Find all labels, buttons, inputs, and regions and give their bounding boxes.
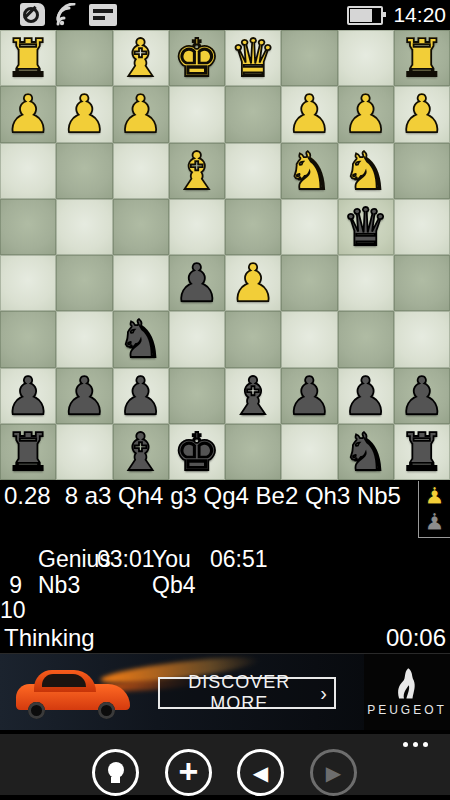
square-g8[interactable]	[56, 424, 112, 480]
square-f1[interactable]: ♝	[113, 30, 169, 86]
hint-button[interactable]	[92, 749, 139, 796]
piece-wP: ♟	[286, 86, 333, 142]
forward-button[interactable]: ▶	[310, 749, 357, 796]
square-h8[interactable]: ♜	[0, 424, 56, 480]
piece-wP: ♟	[342, 86, 389, 142]
square-f5[interactable]	[113, 255, 169, 311]
engine-clock: 03:01	[97, 546, 155, 573]
square-e7[interactable]	[169, 368, 225, 424]
square-a8[interactable]: ♜	[394, 424, 450, 480]
lightbulb-icon	[108, 762, 124, 784]
square-e1[interactable]: ♚	[169, 30, 225, 86]
square-d2[interactable]	[225, 86, 281, 142]
piece-bQ: ♛	[342, 199, 389, 255]
square-c5[interactable]	[281, 255, 337, 311]
square-a2[interactable]: ♟	[394, 86, 450, 142]
square-g1[interactable]	[56, 30, 112, 86]
clocks-row: Genius 03:01 You 06:51	[0, 546, 450, 571]
piece-wQ: ♛	[230, 30, 277, 86]
square-c8[interactable]	[281, 424, 337, 480]
square-h6[interactable]	[0, 311, 56, 367]
square-d3[interactable]	[225, 143, 281, 199]
square-f7[interactable]: ♟	[113, 368, 169, 424]
piece-bK: ♚	[174, 424, 221, 480]
piece-bP: ♟	[174, 255, 221, 311]
piece-bB: ♝	[117, 424, 164, 480]
piece-bB: ♝	[230, 368, 277, 424]
brand-name: PEUGEOT	[367, 703, 447, 717]
square-c4[interactable]	[281, 199, 337, 255]
square-d8[interactable]	[225, 424, 281, 480]
sim-disabled-icon	[20, 3, 45, 26]
move-number: 10	[0, 597, 22, 624]
square-a6[interactable]	[394, 311, 450, 367]
cta-label: DISCOVER MORE	[166, 672, 312, 714]
piece-wB: ♝	[174, 143, 221, 199]
square-c1[interactable]	[281, 30, 337, 86]
piece-bP: ♟	[5, 368, 52, 424]
piece-bN: ♞	[342, 424, 389, 480]
square-b7[interactable]: ♟	[338, 368, 394, 424]
square-d5[interactable]: ♟	[225, 255, 281, 311]
square-c7[interactable]: ♟	[281, 368, 337, 424]
info-panel: 0.288 a3 Qh4 g3 Qg4 Be2 Qh3 Nb5 ♟ ♟ Geni…	[0, 480, 450, 653]
more-ellipsis-icon[interactable]	[403, 742, 428, 747]
side-select-button[interactable]: ♟ ♟	[418, 481, 450, 538]
piece-wP: ♟	[399, 86, 446, 142]
square-b1[interactable]	[338, 30, 394, 86]
discover-more-button[interactable]: DISCOVER MORE ›	[158, 677, 336, 709]
square-b3[interactable]: ♞	[338, 143, 394, 199]
app-bar: + ◀ ▶	[0, 734, 450, 795]
analysis-moves: 8 a3 Qh4 g3 Qg4 Be2 Qh3 Nb5	[65, 482, 401, 509]
piece-bR: ♜	[5, 424, 52, 480]
square-f3[interactable]	[113, 143, 169, 199]
square-b4[interactable]: ♛	[338, 199, 394, 255]
square-g3[interactable]	[56, 143, 112, 199]
piece-bP: ♟	[286, 368, 333, 424]
square-d7[interactable]: ♝	[225, 368, 281, 424]
square-b5[interactable]	[338, 255, 394, 311]
square-b2[interactable]: ♟	[338, 86, 394, 142]
wifi-icon	[54, 3, 80, 26]
phone-screen: 14:20 ♜♝♚♛♜♟♟♟♟♟♟♝♞♞♛♟♟♞♟♟♟♝♟♟♟♜♝♚♞♜ 0.2…	[0, 0, 450, 800]
back-button[interactable]: ◀	[237, 749, 284, 796]
square-f8[interactable]: ♝	[113, 424, 169, 480]
square-f2[interactable]: ♟	[113, 86, 169, 142]
square-f4[interactable]	[113, 199, 169, 255]
move-number: 9	[0, 572, 22, 599]
square-a7[interactable]: ♟	[394, 368, 450, 424]
square-a5[interactable]	[394, 255, 450, 311]
piece-wR: ♜	[399, 30, 446, 86]
square-h1[interactable]: ♜	[0, 30, 56, 86]
square-h4[interactable]	[0, 199, 56, 255]
square-h2[interactable]: ♟	[0, 86, 56, 142]
piece-wP: ♟	[5, 86, 52, 142]
thinking-label: Thinking	[4, 624, 95, 652]
piece-wP: ♟	[61, 86, 108, 142]
car-image	[16, 668, 136, 720]
piece-wN: ♞	[342, 143, 389, 199]
square-a1[interactable]: ♜	[394, 30, 450, 86]
peugeot-lion-icon	[390, 667, 424, 701]
sim-card-lines-icon	[89, 4, 117, 26]
chess-board[interactable]: ♜♝♚♛♜♟♟♟♟♟♟♝♞♞♛♟♟♞♟♟♟♝♟♟♟♜♝♚♞♜	[0, 30, 450, 480]
player-name: You	[152, 546, 191, 573]
square-g4[interactable]	[56, 199, 112, 255]
square-d6[interactable]	[225, 311, 281, 367]
black-move: Qb4	[152, 572, 195, 599]
square-a4[interactable]	[394, 199, 450, 255]
square-g7[interactable]: ♟	[56, 368, 112, 424]
player-clock: 06:51	[210, 546, 268, 573]
square-c3[interactable]: ♞	[281, 143, 337, 199]
piece-bP: ♟	[117, 368, 164, 424]
thinking-time: 00:06	[386, 624, 446, 652]
piece-wR: ♜	[5, 30, 52, 86]
piece-wK: ♚	[174, 30, 221, 86]
square-g6[interactable]	[56, 311, 112, 367]
square-f6[interactable]: ♞	[113, 311, 169, 367]
white-move: Nb3	[38, 572, 80, 599]
white-pawn-icon: ♟	[424, 483, 446, 509]
black-pawn-icon: ♟	[424, 509, 446, 535]
piece-wP: ♟	[117, 86, 164, 142]
piece-wP: ♟	[230, 255, 277, 311]
status-bar: 14:20	[0, 0, 450, 30]
chevron-right-icon: ›	[320, 684, 328, 702]
square-b6[interactable]	[338, 311, 394, 367]
square-c2[interactable]: ♟	[281, 86, 337, 142]
square-g5[interactable]	[56, 255, 112, 311]
square-g2[interactable]: ♟	[56, 86, 112, 142]
clock-time: 14:20	[393, 3, 446, 27]
move-row-9: 9 Nb3 Qb4	[0, 572, 450, 597]
piece-bN: ♞	[117, 311, 164, 367]
move-row-10: 10	[0, 597, 450, 622]
piece-bP: ♟	[61, 368, 108, 424]
arrow-left-icon: ◀	[253, 763, 268, 783]
square-d1[interactable]: ♛	[225, 30, 281, 86]
engine-analysis-line: 0.288 a3 Qh4 g3 Qg4 Be2 Qh3 Nb5	[4, 482, 401, 510]
battery-icon	[347, 6, 383, 25]
square-c6[interactable]	[281, 311, 337, 367]
piece-bP: ♟	[399, 368, 446, 424]
eval-score: 0.28	[4, 482, 51, 509]
square-h3[interactable]	[0, 143, 56, 199]
piece-wN: ♞	[286, 143, 333, 199]
square-e6[interactable]	[169, 311, 225, 367]
ad-banner[interactable]: DISCOVER MORE › PEUGEOT	[0, 653, 450, 730]
square-e4[interactable]	[169, 199, 225, 255]
square-e5[interactable]: ♟	[169, 255, 225, 311]
square-e8[interactable]: ♚	[169, 424, 225, 480]
square-d4[interactable]	[225, 199, 281, 255]
square-e2[interactable]	[169, 86, 225, 142]
plus-icon: +	[179, 754, 199, 788]
square-h7[interactable]: ♟	[0, 368, 56, 424]
engine-status-row: Thinking 00:06	[0, 624, 450, 652]
square-a3[interactable]	[394, 143, 450, 199]
square-b8[interactable]: ♞	[338, 424, 394, 480]
new-button[interactable]: +	[165, 749, 212, 796]
square-h5[interactable]	[0, 255, 56, 311]
square-e3[interactable]: ♝	[169, 143, 225, 199]
arrow-right-icon: ▶	[326, 763, 341, 783]
piece-wB: ♝	[117, 30, 164, 86]
piece-bP: ♟	[342, 368, 389, 424]
piece-bR: ♜	[399, 424, 446, 480]
brand-logo-area: PEUGEOT	[364, 654, 450, 730]
